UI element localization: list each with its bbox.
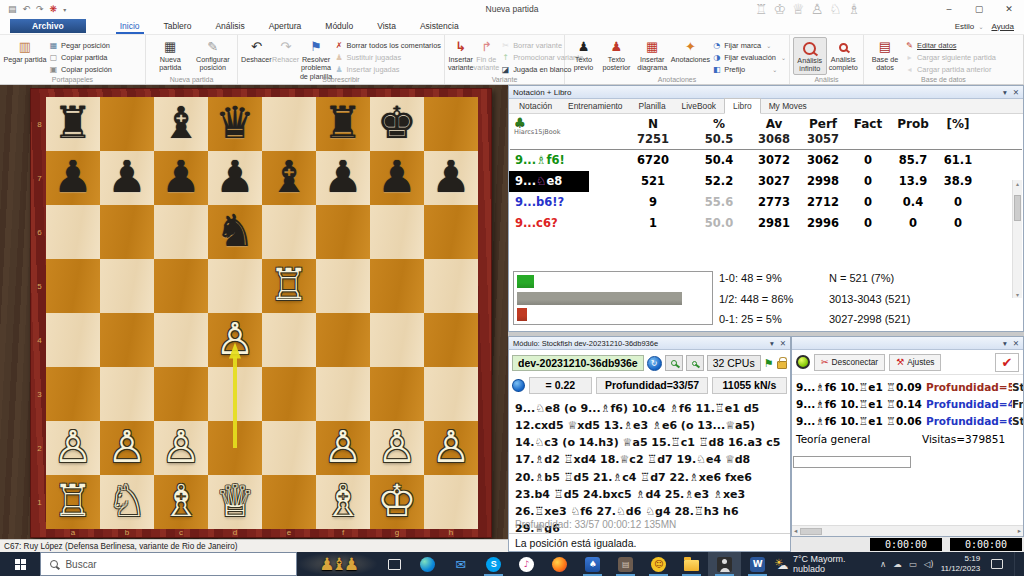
delete-variation-icon: ✂ <box>501 41 510 50</box>
qat-dropdown-icon[interactable]: ▾ <box>63 6 66 13</box>
tab-vista[interactable]: Vista <box>365 19 408 33</box>
switch-engine-icon[interactable]: ↻ <box>647 356 662 371</box>
style-menu[interactable]: Estilo ⌄ <box>955 22 984 31</box>
new-game-button[interactable]: ▦ Nueva partida <box>149 37 192 73</box>
rank-label-1: 1 <box>34 475 45 529</box>
edge-icon[interactable] <box>411 552 444 576</box>
skype-icon[interactable]: S <box>477 552 510 576</box>
black-br: ♜ <box>316 97 370 149</box>
clipboard-icon: ▥ <box>19 39 31 56</box>
cpu-count[interactable]: 32 CPUs <box>707 355 761 371</box>
book-row-9e8[interactable]: 9...♘e852152.230272998013.938.9 <box>509 171 1023 192</box>
solitaire-icon[interactable]: ♠ <box>576 552 609 576</box>
save-icon[interactable]: ▤ <box>8 4 17 14</box>
square-a3[interactable] <box>46 367 100 421</box>
notation-tab-libro[interactable]: Libro <box>724 98 761 114</box>
black-bb: ♝ <box>262 151 316 203</box>
onedrive-icon[interactable]: ☁ <box>893 559 902 569</box>
visits-label: Visitas=379851 <box>922 430 1023 448</box>
theory-row: Teoría generalVisitas=379851 <box>796 430 1023 448</box>
result-bars <box>513 271 713 325</box>
load-prev-game-button[interactable]: ◂Cargar partida anterior <box>905 65 996 74</box>
ribbon: ▥ Pegar partida ▦Pegar posición ▢Copiar … <box>0 34 1024 85</box>
clock-date: 11/12/2023 <box>941 564 980 574</box>
white-wp: ♙ <box>154 421 208 473</box>
disconnect-icon: ✂ <box>821 357 829 367</box>
analysis-zoom-in-button[interactable] <box>665 355 683 371</box>
square-b7[interactable]: ♟ <box>100 151 154 205</box>
engine-close-icon[interactable]: ✕ <box>780 339 786 348</box>
database-button[interactable]: ▤ Base de datos <box>867 37 903 73</box>
square-h3[interactable] <box>424 367 478 421</box>
lock-icon[interactable] <box>777 361 787 369</box>
complete-analysis-button[interactable]: Análisis completo <box>827 37 860 73</box>
square-c6[interactable] <box>154 205 208 259</box>
itunes-icon[interactable]: ♪ <box>510 552 543 576</box>
cloud-close-icon[interactable]: ✕ <box>1013 339 1019 348</box>
book-move[interactable]: 9...b6!? <box>509 192 617 213</box>
chess-board[interactable]: ♜♝♛♜♚♟♟♟♟♝♟♟♟♞♖♙♙♙♙♙♙♙♖♘♗♕♗♔ <box>46 97 478 529</box>
black-bp: ♟ <box>46 151 100 203</box>
set-eval-button[interactable]: ◑Fijar evaluación⌄ <box>712 53 786 62</box>
close-button[interactable]: ✕ <box>994 0 1024 18</box>
quick-access-toolbar: ▤ ↶ ↷ ❋ ▾ <box>0 4 66 14</box>
chessbase-window: ▤ ↶ ↷ ❋ ▾ Nueva partida ♖♔♕♙♘♗ – ▢ ✕ Arc… <box>0 0 1024 576</box>
group-base-de-datos: ▤ Base de datos ✎Editar datos ▸Cargar si… <box>864 35 1024 84</box>
tab-apertura[interactable]: Apertura <box>257 19 314 33</box>
post-text-button[interactable]: ♟ Texto posterior <box>599 37 634 73</box>
book-move[interactable]: 9...c6? <box>509 213 617 234</box>
square-g4[interactable] <box>370 313 424 367</box>
file-label-c: c <box>154 528 208 537</box>
hidden-icons-chevron[interactable]: ∧ <box>880 559 886 569</box>
cloud-engine-rows: 9...♗f6 10.♖e1 ♖e80.09Profundidad=57Sto9… <box>792 375 1023 448</box>
square-e5[interactable]: ♖ <box>262 259 316 313</box>
cloud-hscrollbar[interactable]: ◂▸ <box>792 525 1023 536</box>
cloud-engine-row[interactable]: 9...♗f6 10.♖e1 ♖e80.06Profundidad=65Sto <box>796 413 1023 430</box>
paste-game-button[interactable]: ▥ Pegar partida <box>3 37 47 64</box>
result-bar-2 <box>517 308 527 321</box>
maximize-button[interactable]: ▢ <box>964 0 994 18</box>
prefix-button[interactable]: ◧Prefijo⌄ <box>712 65 786 74</box>
notation-tab-planilla[interactable]: Planilla <box>631 99 674 113</box>
redo-icon[interactable]: ↷ <box>36 4 44 14</box>
cloud-panel-titlebar[interactable]: ▾✕ <box>792 337 1023 350</box>
setup-position-icon: ✎ <box>207 39 218 56</box>
stat-line: 3027-2998 (521) <box>829 314 910 325</box>
result-bar-0 <box>517 275 534 288</box>
result-text-right: N = 521 (7%)3013-3043 (521)3027-2998 (52… <box>829 267 910 329</box>
annotations-button[interactable]: ✦ Anotaciones <box>671 37 711 64</box>
square-f1[interactable]: ♗ <box>316 475 370 529</box>
square-h1[interactable] <box>424 475 478 529</box>
stat-line: 3013-3043 (521) <box>829 294 910 305</box>
white-wp: ♙ <box>424 421 478 473</box>
redo-arrow-icon: ↷ <box>280 39 291 56</box>
rank-label-3: 3 <box>34 367 45 421</box>
black-bp: ♟ <box>424 151 478 203</box>
square-h7[interactable]: ♟ <box>424 151 478 205</box>
square-f8[interactable]: ♜ <box>316 97 370 151</box>
opening-caption: C67: Ruy López (Defensa Berlinesa, varia… <box>0 539 508 552</box>
square-f2[interactable]: ♙ <box>316 421 370 475</box>
white-wp: ♙ <box>208 313 262 365</box>
undo-arrow-icon: ↶ <box>251 39 262 56</box>
square-d6[interactable]: ♞ <box>208 205 262 259</box>
connection-led-icon[interactable] <box>796 355 810 369</box>
engine-panel-titlebar[interactable]: Módulo: Stockfish dev-20231210-36db936e … <box>509 337 790 350</box>
square-f3[interactable] <box>316 367 370 421</box>
square-h4[interactable] <box>424 313 478 367</box>
result-bar-1 <box>517 292 682 305</box>
pre-text-button[interactable]: ♟ Texto previo <box>568 37 599 73</box>
square-e3[interactable] <box>262 367 316 421</box>
white-wb: ♗ <box>154 475 208 527</box>
engine-collapse-icon[interactable]: ▾ <box>770 339 774 348</box>
volume-icon[interactable]: ◁) <box>924 559 934 569</box>
weather-widget[interactable]: ☀☁ 7°C Mayorm. nublado <box>774 554 873 574</box>
edit-data-button[interactable]: ✎Editar datos <box>905 41 996 50</box>
column-header-Prob: Prob <box>889 114 937 131</box>
square-f6[interactable] <box>316 205 370 259</box>
panel-collapse-icon[interactable]: ▾ <box>1003 88 1007 97</box>
square-c4[interactable] <box>154 313 208 367</box>
taskbar-search[interactable]: Buscar <box>40 552 297 576</box>
stat-line: N = 521 (7%) <box>829 273 910 284</box>
depth-value: Profundidad=33/57 <box>596 377 708 394</box>
square-a8[interactable]: ♜ <box>46 97 100 151</box>
book-row-9c6[interactable]: 9...c6?150.029812996000 <box>509 213 1023 234</box>
engine-panel-title: Módulo: Stockfish dev-20231210-36db936e <box>513 339 658 348</box>
engine-name[interactable]: dev-20231210-36db936e <box>512 355 644 371</box>
prefix-icon: ◧ <box>712 65 721 74</box>
square-h5[interactable] <box>424 259 478 313</box>
group-nueva-partida: ▦ Nueva partida ✎ Configurar posición Nu… <box>146 35 238 84</box>
person-icon[interactable] <box>708 552 741 576</box>
white-wk: ♔ <box>370 475 424 527</box>
book-row-9b6[interactable]: 9...b6!?955.62773271200.40 <box>509 192 1023 213</box>
windows-logo-icon <box>15 559 26 570</box>
tab-tablero[interactable]: Tablero <box>152 19 204 33</box>
square-c1[interactable]: ♗ <box>154 475 208 529</box>
square-g1[interactable]: ♔ <box>370 475 424 529</box>
show-desktop-button[interactable] <box>1014 552 1018 576</box>
book-row-9f6[interactable]: 9...♗f6!672050.430723062085.761.1 <box>509 150 1023 171</box>
copy-game-button[interactable]: ▢Copiar partida <box>49 53 112 62</box>
paste-position-button[interactable]: ▦Pegar posición <box>49 41 112 50</box>
notation-tab-notación[interactable]: Notación <box>511 99 560 113</box>
insert-diagram-button[interactable]: ▦ Insertar diagrama <box>634 37 671 73</box>
cloud-toolbar: ✂Desconectar ⚒Ajustes ✔ <box>792 350 1023 375</box>
square-e4[interactable] <box>262 313 316 367</box>
analysis-zoom-out-button[interactable] <box>686 355 704 371</box>
group-variante: ↳ Insertar variante ↱ Fin de variante ✂B… <box>445 35 565 84</box>
speed-value: 11055 kN/s <box>712 377 787 394</box>
notation-tab-my-moves[interactable]: My Moves <box>761 99 815 113</box>
piece-entry-icons[interactable]: ♖♔♕♙♘♗ <box>755 1 866 17</box>
cloud-engine-row[interactable]: 9...♗f6 10.♖e1 ♖e80.14Profundidad=41Fri <box>796 396 1023 413</box>
engine-verdict: La posición está igualada. <box>509 533 790 551</box>
square-b4[interactable] <box>100 313 154 367</box>
column-header-pct: % <box>689 114 749 131</box>
square-g7[interactable]: ♟ <box>370 151 424 205</box>
square-g5[interactable] <box>370 259 424 313</box>
redo-button[interactable]: ↷ Rehacer <box>272 37 300 64</box>
chessbase-taskbar-icon[interactable]: ♟♝♟ <box>297 552 378 576</box>
square-g3[interactable] <box>370 367 424 421</box>
square-h6[interactable] <box>424 205 478 259</box>
rank-labels: 87654321 <box>34 97 45 529</box>
database-book-icon: ▤ <box>879 39 891 56</box>
window-title: Nueva partida <box>0 4 1024 14</box>
red-pawn-text-icon: ♟ <box>611 39 623 56</box>
square-e2[interactable] <box>262 421 316 475</box>
notation-tab-livebook[interactable]: LiveBook <box>674 99 724 113</box>
white-wp: ♙ <box>100 421 154 473</box>
black-bp: ♟ <box>100 151 154 203</box>
start-button[interactable] <box>0 552 40 576</box>
square-f5[interactable] <box>316 259 370 313</box>
settings-button[interactable]: ⚒Ajustes <box>889 354 941 371</box>
black-bp: ♟ <box>370 151 424 203</box>
black-bp: ♟ <box>316 151 370 203</box>
square-b6[interactable] <box>100 205 154 259</box>
setup-position-button[interactable]: ✎ Configurar posición <box>192 37 235 73</box>
square-c7[interactable]: ♟ <box>154 151 208 205</box>
book-name: Hiarcs15jBook <box>514 129 614 136</box>
new-board-icon: ▦ <box>164 39 176 56</box>
square-a4[interactable] <box>46 313 100 367</box>
menu-bar: Archivo InicioTableroAnálisisAperturaMód… <box>0 18 1024 34</box>
square-h8[interactable] <box>424 97 478 151</box>
insert-variation-button[interactable]: ↳ Insertar variante <box>448 37 474 73</box>
group-anotaciones: ♟ Texto previo ♟ Texto posterior ▦ Inser… <box>565 35 790 84</box>
notation-panel-title: Notación + Libro <box>513 88 571 97</box>
square-g2[interactable]: ♙ <box>370 421 424 475</box>
clock-strip: 0:00:00 0:00:00 <box>791 537 1024 552</box>
insert-moves-button[interactable]: ♟Insertar jugadas <box>335 65 441 74</box>
rank-label-8: 8 <box>34 97 45 151</box>
rank-label-6: 6 <box>34 205 45 259</box>
tab-archivo[interactable]: Archivo <box>10 19 86 33</box>
end-variation-button[interactable]: ↱ Fin de variante <box>474 37 500 73</box>
tab-módulo[interactable]: Módulo <box>313 19 365 33</box>
insert-variation-icon: ↳ <box>455 39 466 56</box>
rank-label-2: 2 <box>34 421 45 475</box>
magnifier-pencil-icon <box>839 43 848 52</box>
evaluation-value[interactable]: = 0.22 <box>529 377 593 394</box>
square-d3[interactable] <box>208 367 262 421</box>
black-clock: 0:00:00 <box>950 538 1022 551</box>
book-move[interactable]: 9...♘e8 <box>509 171 589 192</box>
column-header-N: N <box>617 114 689 131</box>
board-window: 87654321 ♜♝♛♜♚♟♟♟♟♝♟♟♟♞♖♙♙♙♙♙♙♙♖♘♗♕♗♔ ab… <box>0 85 508 552</box>
book-move[interactable]: 9...♗f6! <box>509 150 617 171</box>
tab-inicio[interactable]: Inicio <box>108 19 152 33</box>
replace-moves-button[interactable]: ♟Sustituir jugadas <box>335 53 441 62</box>
hscroll-thumb[interactable] <box>800 528 822 535</box>
system-tray: ☀☁ 7°C Mayorm. nublado ∧ ☁ ▭ ◁) 5:19 11/… <box>774 552 1024 576</box>
rank-label-5: 5 <box>34 259 45 313</box>
stat-line: 1-0: 48 = 9% <box>719 273 829 284</box>
square-d4[interactable]: ♙ <box>208 313 262 367</box>
column-header-pctpctpct: [%] <box>937 114 979 131</box>
window-controls: – ▢ ✕ <box>934 0 1024 18</box>
disconnect-button[interactable]: ✂Desconectar <box>814 354 885 371</box>
confirm-button[interactable]: ✔ <box>995 353 1019 372</box>
notation-panel-titlebar[interactable]: Notación + Libro ▾✕ <box>509 86 1023 99</box>
engine-panel: Módulo: Stockfish dev-20231210-36db936e … <box>508 336 791 552</box>
menu-right: Estilo ⌄ Ayuda <box>955 22 1024 31</box>
square-d8[interactable]: ♛ <box>208 97 262 151</box>
file-label-h: h <box>424 528 478 537</box>
square-d2[interactable] <box>208 421 262 475</box>
cloud-engine-row[interactable]: 9...♗f6 10.♖e1 ♖e80.09Profundidad=57Sto <box>796 379 1023 396</box>
file-label-e: e <box>262 528 316 537</box>
set-mark-icon: ◔ <box>712 41 721 50</box>
book-table: ♣ Hiarcs15jBook N%AvPerfFactProb[%] 7251… <box>509 114 1023 234</box>
scrollbar-thumb[interactable] <box>1014 195 1021 221</box>
square-b3[interactable] <box>100 367 154 421</box>
network-icon[interactable]: ▭ <box>909 559 917 569</box>
square-f7[interactable]: ♟ <box>316 151 370 205</box>
square-e6[interactable] <box>262 205 316 259</box>
column-header-Perf: Perf <box>799 114 847 131</box>
infinite-analysis-button[interactable]: Análisis infinito <box>793 37 827 75</box>
black-bp: ♟ <box>208 151 262 203</box>
book-move-rows: 9...♗f6!672050.430723062085.761.19...♘e8… <box>509 150 1023 234</box>
square-e7[interactable]: ♝ <box>262 151 316 205</box>
square-g8[interactable]: ♚ <box>370 97 424 151</box>
go-flag-icon[interactable]: ⚑ <box>764 357 774 370</box>
word-icon[interactable]: W <box>741 552 774 576</box>
square-a7[interactable]: ♟ <box>46 151 100 205</box>
square-b2[interactable]: ♙ <box>100 421 154 475</box>
square-f4[interactable] <box>316 313 370 367</box>
tab-análisis[interactable]: Análisis <box>203 19 256 33</box>
white-wp: ♙ <box>316 421 370 473</box>
stat-line: 0-1: 25 = 5% <box>719 314 829 325</box>
white-wr: ♖ <box>262 259 316 311</box>
copy-game-icon: ▢ <box>49 53 58 62</box>
file-label-a: a <box>46 528 100 537</box>
load-next-game-button[interactable]: ▸Cargar siguiente partida <box>905 53 996 62</box>
engine-state-icon[interactable] <box>512 379 525 392</box>
panel-close-icon[interactable]: ✕ <box>1013 88 1019 97</box>
file-label-g: g <box>370 528 424 537</box>
notation-panel: Notación + Libro ▾✕ NotaciónEntrenamient… <box>508 85 1024 332</box>
square-d1[interactable]: ♕ <box>208 475 262 529</box>
black-br: ♜ <box>46 97 100 149</box>
file-label-f: f <box>316 528 370 537</box>
white-wb: ♗ <box>316 475 370 527</box>
copy-position-button[interactable]: ▣Copiar posición <box>49 65 112 74</box>
engine-depth-status: Profundidad: 33/57 00:00:12 135MN <box>515 519 676 530</box>
engine-line[interactable]: 9...♘e8 (o 9...♗f6) 10.c4 ♗f6 11.♖e1 d5 … <box>509 395 790 537</box>
help-menu[interactable]: Ayuda <box>991 22 1014 31</box>
column-header-Av: Av <box>749 114 799 131</box>
square-a6[interactable] <box>46 205 100 259</box>
minimize-button[interactable]: – <box>934 0 964 18</box>
taskbar-clock[interactable]: 5:19 11/12/2023 <box>941 554 980 574</box>
white-wn: ♘ <box>100 475 154 527</box>
chessbase-logo-icon: ❋ <box>50 4 58 14</box>
null-move-icon: ◪ <box>501 65 510 74</box>
black-bq: ♛ <box>208 97 262 149</box>
square-d7[interactable]: ♟ <box>208 151 262 205</box>
square-e8[interactable] <box>262 97 316 151</box>
group-portapapeles: ▥ Pegar partida ▦Pegar posición ▢Copiar … <box>0 35 146 84</box>
square-e1[interactable] <box>262 475 316 529</box>
title-bar: ▤ ↶ ↷ ❋ ▾ Nueva partida ♖♔♕♙♘♗ – ▢ ✕ <box>0 0 1024 18</box>
notification-center-icon[interactable] <box>991 559 1003 569</box>
square-a5[interactable] <box>46 259 100 313</box>
book-source: ♣ Hiarcs15jBook <box>514 116 614 136</box>
delete-comments-icon: ✗ <box>335 41 344 50</box>
cloud-panel: ▾✕ ✂Desconectar ⚒Ajustes ✔ 9...♗f6 10.♖e… <box>791 336 1024 537</box>
emoji-icon[interactable]: ☺ <box>642 552 675 576</box>
tab-asistencia[interactable]: Asistencia <box>408 19 471 33</box>
insert-moves-icon: ♟ <box>335 65 344 74</box>
square-b1[interactable]: ♘ <box>100 475 154 529</box>
weather-text: 7°C Mayorm. nublado <box>793 554 873 574</box>
column-header-Fact: Fact <box>847 114 889 131</box>
square-h2[interactable]: ♙ <box>424 421 478 475</box>
notation-tab-entrenamiento[interactable]: Entrenamiento <box>560 99 630 113</box>
rank-label-7: 7 <box>34 151 45 205</box>
square-c5[interactable] <box>154 259 208 313</box>
undo-button[interactable]: ↶ Deshacer <box>241 37 272 64</box>
square-c3[interactable] <box>154 367 208 421</box>
taskbar-apps: ✉S♪♠▤☺W <box>378 552 774 576</box>
square-b5[interactable] <box>100 259 154 313</box>
clock-time: 5:19 <box>941 554 980 564</box>
result-text-left: 1-0: 48 = 9%1/2: 448 = 86%0-1: 25 = 5% <box>719 267 829 329</box>
explorer-icon[interactable] <box>675 552 708 576</box>
delete-comments-button[interactable]: ✗Borrar todos los comentarios <box>335 41 441 50</box>
ribbon-tabs: InicioTableroAnálisisAperturaMóduloVista… <box>108 19 471 33</box>
undo-icon[interactable]: ↶ <box>23 4 31 14</box>
engine-controls: dev-20231210-36db936e ↻ 32 CPUs ⚑ <box>509 350 790 375</box>
square-g6[interactable] <box>370 205 424 259</box>
cloud-input-box[interactable] <box>793 456 911 468</box>
solve-scoresheet-button[interactable]: ⚑ Resolver problema de planilla <box>300 37 333 81</box>
search-icon <box>50 560 58 568</box>
square-b8[interactable] <box>100 97 154 151</box>
cloud-collapse-icon[interactable]: ▾ <box>1003 339 1007 348</box>
square-a1[interactable]: ♖ <box>46 475 100 529</box>
square-a2[interactable]: ♙ <box>46 421 100 475</box>
photos-icon[interactable]: ▤ <box>609 552 642 576</box>
square-d5[interactable] <box>208 259 262 313</box>
task-view-icon[interactable] <box>378 552 411 576</box>
group-sobrescribir: ↶ Deshacer ↷ Rehacer ⚑ Resolver problema… <box>238 35 445 84</box>
black-bk: ♚ <box>370 97 424 149</box>
square-c8[interactable]: ♝ <box>154 97 208 151</box>
square-c2[interactable]: ♙ <box>154 421 208 475</box>
promote-variation-icon: ↑ <box>501 53 510 62</box>
mail-icon[interactable]: ✉ <box>444 552 477 576</box>
white-wp: ♙ <box>46 421 100 473</box>
taskbar: Buscar ♟♝♟ ✉S♪♠▤☺W ☀☁ 7°C Mayorm. nublad… <box>0 552 1024 576</box>
set-mark-button[interactable]: ◔Fijar marca⌄ <box>712 41 786 50</box>
firefox-icon[interactable] <box>543 552 576 576</box>
white-clock: 0:00:00 <box>870 538 942 551</box>
black-pawn-text-icon: ♟ <box>578 39 590 56</box>
stat-line: 1/2: 448 = 86% <box>719 294 829 305</box>
file-label-d: d <box>208 528 262 537</box>
paste-position-icon: ▦ <box>49 41 58 50</box>
